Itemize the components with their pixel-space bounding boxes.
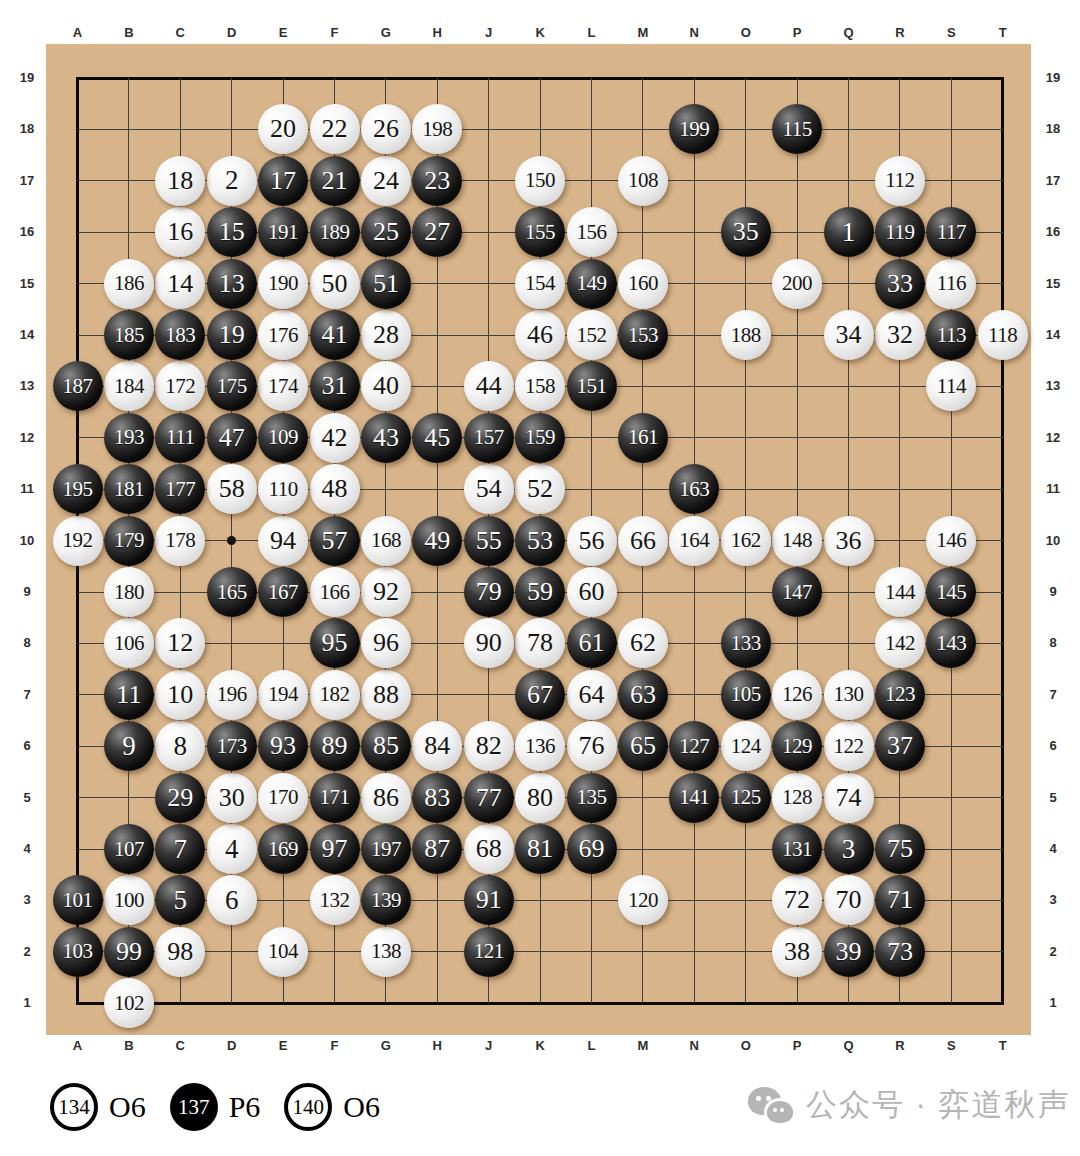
move-number: 122 xyxy=(834,734,864,759)
white-stone-icon: 140 xyxy=(284,1083,332,1131)
row-label-right-5: 5 xyxy=(1032,790,1074,806)
row-label-right-11: 11 xyxy=(1032,481,1074,497)
move-number: 94 xyxy=(270,526,296,556)
stone-F11: 48 xyxy=(310,464,360,514)
col-label-bottom-N: N xyxy=(682,1038,706,1054)
move-number: 170 xyxy=(268,785,298,810)
stone-C2: 98 xyxy=(155,927,205,977)
row-label-right-8: 8 xyxy=(1032,635,1074,651)
move-number: 184 xyxy=(114,374,144,399)
stone-O16: 35 xyxy=(721,207,771,257)
stone-P4: 131 xyxy=(772,824,822,874)
move-number: 23 xyxy=(424,166,450,196)
row-label-left-7: 7 xyxy=(6,687,48,703)
stone-M8: 62 xyxy=(618,618,668,668)
move-number: 179 xyxy=(114,528,144,553)
move-number: 116 xyxy=(937,271,966,296)
stone-B6: 9 xyxy=(104,721,154,771)
move-number: 191 xyxy=(268,220,298,245)
stone-Q3: 70 xyxy=(824,875,874,925)
move-number: 82 xyxy=(476,731,502,761)
stone-B8: 106 xyxy=(104,618,154,668)
stone-G18: 26 xyxy=(361,104,411,154)
stone-Q5: 74 xyxy=(824,773,874,823)
stone-O10: 162 xyxy=(721,516,771,566)
move-number: 15 xyxy=(219,217,245,247)
stone-P10: 148 xyxy=(772,516,822,566)
move-number: 149 xyxy=(577,271,607,296)
legend-item: 137 P6 xyxy=(170,1083,261,1131)
move-number: 174 xyxy=(268,374,298,399)
move-number: 19 xyxy=(219,320,245,350)
row-label-right-13: 13 xyxy=(1032,378,1074,394)
move-number: 152 xyxy=(577,323,607,348)
row-label-left-5: 5 xyxy=(6,790,48,806)
stone-R15: 33 xyxy=(875,259,925,309)
move-number: 144 xyxy=(885,580,915,605)
legend-item: 140 O6 xyxy=(284,1083,380,1131)
move-number: 51 xyxy=(373,269,399,299)
stone-K14: 46 xyxy=(515,310,565,360)
move-number: 55 xyxy=(476,526,502,556)
move-number: 132 xyxy=(320,888,350,913)
move-number: 57 xyxy=(322,526,348,556)
move-number: 193 xyxy=(114,425,144,450)
stone-L16: 156 xyxy=(567,207,617,257)
move-number: 139 xyxy=(371,888,401,913)
stone-G14: 28 xyxy=(361,310,411,360)
move-number: 95 xyxy=(322,628,348,658)
stone-A13: 187 xyxy=(53,361,103,411)
move-number: 99 xyxy=(116,937,142,967)
move-number: 155 xyxy=(525,220,555,245)
stone-L6: 76 xyxy=(567,721,617,771)
stone-K10: 53 xyxy=(515,516,565,566)
move-number: 182 xyxy=(320,682,350,707)
move-number: 196 xyxy=(217,682,247,707)
move-number: 163 xyxy=(679,477,709,502)
move-number: 171 xyxy=(320,785,350,810)
move-number: 190 xyxy=(268,271,298,296)
move-number: 2 xyxy=(225,165,239,196)
move-number: 14 xyxy=(167,269,193,299)
stone-K17: 150 xyxy=(515,156,565,206)
row-label-right-19: 19 xyxy=(1032,70,1074,86)
stone-K12: 159 xyxy=(515,413,565,463)
move-number: 164 xyxy=(679,528,709,553)
move-number: 21 xyxy=(322,166,348,196)
stone-E5: 170 xyxy=(258,773,308,823)
stone-D17: 2 xyxy=(207,156,257,206)
stone-A2: 103 xyxy=(53,927,103,977)
move-number: 36 xyxy=(836,526,862,556)
move-number: 183 xyxy=(165,323,195,348)
legend-point-label: O6 xyxy=(343,1090,380,1124)
move-number: 126 xyxy=(782,682,812,707)
move-number: 52 xyxy=(527,474,553,504)
stone-G16: 25 xyxy=(361,207,411,257)
move-number: 128 xyxy=(782,785,812,810)
stone-R3: 71 xyxy=(875,875,925,925)
move-number: 75 xyxy=(887,834,913,864)
legend-point-label: P6 xyxy=(229,1090,261,1124)
stone-J11: 54 xyxy=(464,464,514,514)
col-label-top-Q: Q xyxy=(837,25,861,41)
stone-D14: 19 xyxy=(207,310,257,360)
move-number: 68 xyxy=(476,834,502,864)
move-number: 199 xyxy=(679,117,709,142)
move-number: 85 xyxy=(373,731,399,761)
col-label-top-P: P xyxy=(785,25,809,41)
move-number: 27 xyxy=(424,217,450,247)
col-label-top-C: C xyxy=(168,25,192,41)
stone-O8: 133 xyxy=(721,618,771,668)
move-number: 138 xyxy=(371,939,401,964)
move-number: 62 xyxy=(630,628,656,658)
move-number: 185 xyxy=(114,323,144,348)
stone-J13: 44 xyxy=(464,361,514,411)
row-label-right-15: 15 xyxy=(1032,276,1074,292)
move-number: 133 xyxy=(731,631,761,656)
stone-L4: 69 xyxy=(567,824,617,874)
stone-J10: 55 xyxy=(464,516,514,566)
move-number: 114 xyxy=(937,374,966,399)
stone-C17: 18 xyxy=(155,156,205,206)
stone-D12: 47 xyxy=(207,413,257,463)
col-label-bottom-L: L xyxy=(580,1038,604,1054)
move-number: 159 xyxy=(525,425,555,450)
stone-F5: 171 xyxy=(310,773,360,823)
stone-G12: 43 xyxy=(361,413,411,463)
move-number: 181 xyxy=(114,477,144,502)
row-label-left-18: 18 xyxy=(6,121,48,137)
move-number: 54 xyxy=(476,474,502,504)
row-label-left-9: 9 xyxy=(6,584,48,600)
move-number: 12 xyxy=(167,628,193,658)
row-label-right-6: 6 xyxy=(1032,738,1074,754)
move-number: 104 xyxy=(268,939,298,964)
stone-K6: 136 xyxy=(515,721,565,771)
white-stone-icon: 134 xyxy=(50,1083,98,1131)
stone-F10: 57 xyxy=(310,516,360,566)
move-number: 153 xyxy=(628,323,658,348)
move-number: 87 xyxy=(424,834,450,864)
move-number: 13 xyxy=(219,269,245,299)
col-label-top-A: A xyxy=(66,25,90,41)
stone-J12: 157 xyxy=(464,413,514,463)
stone-H5: 83 xyxy=(412,773,462,823)
col-label-top-D: D xyxy=(220,25,244,41)
wechat-bubble-small xyxy=(764,1098,796,1126)
move-number: 28 xyxy=(373,320,399,350)
move-number: 158 xyxy=(525,374,555,399)
move-number: 125 xyxy=(731,785,761,810)
stone-J8: 90 xyxy=(464,618,514,668)
stone-C14: 183 xyxy=(155,310,205,360)
stone-R6: 37 xyxy=(875,721,925,771)
stone-G5: 86 xyxy=(361,773,411,823)
col-label-bottom-K: K xyxy=(528,1038,552,1054)
move-number: 176 xyxy=(268,323,298,348)
move-number: 81 xyxy=(527,834,553,864)
stone-B3: 100 xyxy=(104,875,154,925)
row-label-right-9: 9 xyxy=(1032,584,1074,600)
stone-F13: 31 xyxy=(310,361,360,411)
row-label-left-1: 1 xyxy=(6,995,48,1011)
stone-T14: 118 xyxy=(978,310,1028,360)
stone-P2: 38 xyxy=(772,927,822,977)
stone-N10: 164 xyxy=(669,516,719,566)
move-number: 18 xyxy=(167,166,193,196)
stone-G8: 96 xyxy=(361,618,411,668)
stone-F14: 41 xyxy=(310,310,360,360)
stone-O14: 188 xyxy=(721,310,771,360)
col-label-top-E: E xyxy=(271,25,295,41)
col-label-bottom-B: B xyxy=(117,1038,141,1054)
move-number: 109 xyxy=(268,425,298,450)
move-number: 135 xyxy=(577,785,607,810)
move-number: 146 xyxy=(936,528,966,553)
move-number: 177 xyxy=(165,477,195,502)
stone-D3: 6 xyxy=(207,875,257,925)
stone-M6: 65 xyxy=(618,721,668,771)
stone-L5: 135 xyxy=(567,773,617,823)
move-number: 151 xyxy=(577,374,607,399)
move-number: 1 xyxy=(842,217,856,248)
move-number: 3 xyxy=(842,834,856,865)
stone-R8: 142 xyxy=(875,618,925,668)
row-label-left-11: 11 xyxy=(6,481,48,497)
move-number: 123 xyxy=(885,682,915,707)
move-number: 118 xyxy=(988,323,1017,348)
move-number: 194 xyxy=(268,682,298,707)
col-label-bottom-G: G xyxy=(374,1038,398,1054)
stone-H4: 87 xyxy=(412,824,462,874)
move-number: 42 xyxy=(322,423,348,453)
stone-G2: 138 xyxy=(361,927,411,977)
move-number: 8 xyxy=(174,731,188,762)
move-number: 115 xyxy=(782,117,811,142)
move-number: 31 xyxy=(322,371,348,401)
stone-K4: 81 xyxy=(515,824,565,874)
move-number: 16 xyxy=(167,217,193,247)
move-number: 38 xyxy=(784,937,810,967)
move-number: 173 xyxy=(217,734,247,759)
stone-K7: 67 xyxy=(515,670,565,720)
move-number: 145 xyxy=(936,580,966,605)
stone-D11: 58 xyxy=(207,464,257,514)
move-number: 64 xyxy=(579,680,605,710)
stone-G13: 40 xyxy=(361,361,411,411)
col-label-bottom-D: D xyxy=(220,1038,244,1054)
stone-D16: 15 xyxy=(207,207,257,257)
stone-A3: 101 xyxy=(53,875,103,925)
move-number: 91 xyxy=(476,885,502,915)
move-number: 84 xyxy=(424,731,450,761)
stone-E16: 191 xyxy=(258,207,308,257)
col-label-bottom-F: F xyxy=(323,1038,347,1054)
stone-S14: 113 xyxy=(926,310,976,360)
col-label-bottom-H: H xyxy=(425,1038,449,1054)
legend-point-label: O6 xyxy=(109,1090,146,1124)
move-number: 77 xyxy=(476,783,502,813)
col-label-top-M: M xyxy=(631,25,655,41)
row-label-right-7: 7 xyxy=(1032,687,1074,703)
move-number: 92 xyxy=(373,577,399,607)
stone-R16: 119 xyxy=(875,207,925,257)
move-number: 63 xyxy=(630,680,656,710)
move-number: 43 xyxy=(373,423,399,453)
row-label-left-8: 8 xyxy=(6,635,48,651)
move-number: 110 xyxy=(268,477,297,502)
col-label-bottom-J: J xyxy=(477,1038,501,1054)
col-label-top-N: N xyxy=(682,25,706,41)
row-label-right-1: 1 xyxy=(1032,995,1074,1011)
go-board: AABBCCDDEEFFGGHHJJKKLLMMNNOOPPQQRRSSTT19… xyxy=(0,0,1080,1156)
stone-F6: 89 xyxy=(310,721,360,771)
move-number: 162 xyxy=(731,528,761,553)
stone-B9: 180 xyxy=(104,567,154,617)
stone-C15: 14 xyxy=(155,259,205,309)
move-number: 46 xyxy=(527,320,553,350)
col-label-top-T: T xyxy=(991,25,1015,41)
stone-G10: 168 xyxy=(361,516,411,566)
move-number: 80 xyxy=(527,783,553,813)
move-number: 50 xyxy=(322,269,348,299)
move-number: 119 xyxy=(885,220,914,245)
stone-K15: 154 xyxy=(515,259,565,309)
col-label-top-O: O xyxy=(734,25,758,41)
move-number: 197 xyxy=(371,837,401,862)
stone-G9: 92 xyxy=(361,567,411,617)
row-label-left-3: 3 xyxy=(6,892,48,908)
stone-K5: 80 xyxy=(515,773,565,823)
move-number: 58 xyxy=(219,474,245,504)
stone-R4: 75 xyxy=(875,824,925,874)
stone-M7: 63 xyxy=(618,670,668,720)
move-number: 86 xyxy=(373,783,399,813)
stone-F8: 95 xyxy=(310,618,360,668)
stone-C4: 7 xyxy=(155,824,205,874)
stone-M17: 108 xyxy=(618,156,668,206)
row-label-right-17: 17 xyxy=(1032,173,1074,189)
stone-J4: 68 xyxy=(464,824,514,874)
move-number: 121 xyxy=(474,939,504,964)
move-number: 187 xyxy=(63,374,93,399)
move-number: 161 xyxy=(628,425,658,450)
stone-S9: 145 xyxy=(926,567,976,617)
col-label-bottom-M: M xyxy=(631,1038,655,1054)
move-number: 131 xyxy=(782,837,812,862)
stone-F17: 21 xyxy=(310,156,360,206)
stone-E11: 110 xyxy=(258,464,308,514)
move-number: 188 xyxy=(731,323,761,348)
move-number: 175 xyxy=(217,374,247,399)
move-number: 67 xyxy=(527,680,553,710)
col-label-top-S: S xyxy=(939,25,963,41)
move-number: 41 xyxy=(322,320,348,350)
move-number: 148 xyxy=(782,528,812,553)
move-number: 29 xyxy=(167,783,193,813)
stone-E12: 109 xyxy=(258,413,308,463)
stone-R17: 112 xyxy=(875,156,925,206)
stone-M15: 160 xyxy=(618,259,668,309)
stone-S15: 116 xyxy=(926,259,976,309)
move-number: 53 xyxy=(527,526,553,556)
move-number: 143 xyxy=(936,631,966,656)
move-number: 56 xyxy=(579,526,605,556)
move-number: 93 xyxy=(270,731,296,761)
move-number: 90 xyxy=(476,628,502,658)
row-label-right-10: 10 xyxy=(1032,533,1074,549)
stone-J6: 82 xyxy=(464,721,514,771)
stone-H17: 23 xyxy=(412,156,462,206)
stone-J2: 121 xyxy=(464,927,514,977)
col-label-bottom-S: S xyxy=(939,1038,963,1054)
row-label-right-3: 3 xyxy=(1032,892,1074,908)
move-number: 97 xyxy=(322,834,348,864)
stone-O5: 125 xyxy=(721,773,771,823)
stone-C10: 178 xyxy=(155,516,205,566)
stone-F9: 166 xyxy=(310,567,360,617)
stone-M3: 120 xyxy=(618,875,668,925)
move-number: 6 xyxy=(225,885,239,916)
move-number: 26 xyxy=(373,114,399,144)
move-number: 167 xyxy=(268,580,298,605)
move-number: 113 xyxy=(937,323,966,348)
watermark-text: 公众号 · 弈道秋声 xyxy=(806,1084,1071,1126)
move-number: 9 xyxy=(122,731,136,762)
stone-G6: 85 xyxy=(361,721,411,771)
move-number: 106 xyxy=(114,631,144,656)
stone-C7: 10 xyxy=(155,670,205,720)
stone-F18: 22 xyxy=(310,104,360,154)
move-number: 100 xyxy=(114,888,144,913)
move-number: 189 xyxy=(320,220,350,245)
col-label-top-J: J xyxy=(477,25,501,41)
move-number: 44 xyxy=(476,371,502,401)
stone-D7: 196 xyxy=(207,670,257,720)
stone-Q14: 34 xyxy=(824,310,874,360)
stone-L15: 149 xyxy=(567,259,617,309)
row-label-left-2: 2 xyxy=(6,944,48,960)
move-number: 154 xyxy=(525,271,555,296)
move-number: 147 xyxy=(782,580,812,605)
move-number: 83 xyxy=(424,783,450,813)
stone-Q4: 3 xyxy=(824,824,874,874)
move-number: 96 xyxy=(373,628,399,658)
stone-N5: 141 xyxy=(669,773,719,823)
move-number: 130 xyxy=(834,682,864,707)
move-number: 61 xyxy=(579,628,605,658)
move-number: 33 xyxy=(887,269,913,299)
move-number: 4 xyxy=(225,834,239,865)
move-number: 32 xyxy=(887,320,913,350)
move-number: 20 xyxy=(270,114,296,144)
move-number: 103 xyxy=(63,939,93,964)
stone-E2: 104 xyxy=(258,927,308,977)
move-number: 111 xyxy=(166,425,194,450)
move-number: 89 xyxy=(322,731,348,761)
stone-B12: 193 xyxy=(104,413,154,463)
move-number: 169 xyxy=(268,837,298,862)
move-number: 65 xyxy=(630,731,656,761)
stone-D4: 4 xyxy=(207,824,257,874)
move-number: 49 xyxy=(424,526,450,556)
move-number: 40 xyxy=(373,371,399,401)
move-number: 24 xyxy=(373,166,399,196)
stone-R9: 144 xyxy=(875,567,925,617)
